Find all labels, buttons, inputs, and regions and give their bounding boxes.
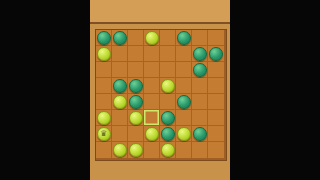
board-cell[interactable] [208,142,224,158]
board-cell[interactable] [192,110,208,126]
green-piece[interactable] [193,47,207,61]
screenshot-root: ♛ [0,0,320,180]
board-cell[interactable] [128,94,144,110]
board-cell[interactable] [176,30,192,46]
green-piece[interactable] [209,47,223,61]
board-cell[interactable] [176,46,192,62]
board-cell[interactable] [112,142,128,158]
board-cell[interactable] [208,78,224,94]
board-cell[interactable] [160,110,176,126]
yellow-piece[interactable] [129,111,143,125]
board-cell[interactable] [112,110,128,126]
board-cell[interactable] [128,126,144,142]
board-cell[interactable] [128,62,144,78]
yellow-king-piece[interactable]: ♛ [97,127,111,141]
board-cell[interactable] [208,62,224,78]
board-cell[interactable] [144,30,160,46]
board-cell[interactable] [128,78,144,94]
yellow-piece[interactable] [145,127,159,141]
board-cell[interactable] [192,126,208,142]
board-cell[interactable] [96,142,112,158]
yellow-piece[interactable] [97,111,111,125]
king-mark-icon: ♛ [100,129,107,137]
yellow-piece[interactable] [161,143,175,157]
green-piece[interactable] [161,127,175,141]
board-cell[interactable] [160,78,176,94]
board-cell[interactable] [112,94,128,110]
yellow-piece[interactable] [177,127,191,141]
board-cell[interactable] [96,46,112,62]
letterbox-left [0,0,90,180]
board-cell[interactable] [144,62,160,78]
board-cell[interactable] [96,110,112,126]
green-piece[interactable] [161,111,175,125]
board-cell[interactable] [208,110,224,126]
board-cell[interactable] [144,78,160,94]
green-piece[interactable] [177,95,191,109]
board-cell[interactable] [96,78,112,94]
board-cell[interactable] [208,46,224,62]
board-cell[interactable] [144,142,160,158]
board-cell[interactable] [112,78,128,94]
yellow-piece[interactable] [113,95,127,109]
yellow-piece[interactable] [161,79,175,93]
board-cell[interactable] [176,78,192,94]
board-cell[interactable] [128,142,144,158]
board-cell[interactable] [192,78,208,94]
board-cell[interactable] [160,126,176,142]
board-cell[interactable] [160,94,176,110]
board-cell[interactable] [144,46,160,62]
board-cell[interactable] [176,110,192,126]
game-app-area: ♛ [90,0,230,180]
yellow-piece[interactable] [113,143,127,157]
board-cell[interactable] [176,62,192,78]
board-cell[interactable] [208,126,224,142]
board-cell[interactable] [160,62,176,78]
board-cell[interactable] [112,126,128,142]
letterbox-right [230,0,320,180]
green-piece[interactable] [129,95,143,109]
green-piece[interactable] [113,79,127,93]
yellow-piece[interactable] [97,47,111,61]
board-cell[interactable] [96,62,112,78]
board-cell[interactable] [128,110,144,126]
board-cell[interactable] [208,30,224,46]
board-cell[interactable]: ♛ [96,126,112,142]
board-cell[interactable] [192,142,208,158]
board-cell[interactable] [192,94,208,110]
green-piece[interactable] [193,63,207,77]
board-cell[interactable] [176,94,192,110]
yellow-piece[interactable] [145,31,159,45]
board-cell[interactable] [112,30,128,46]
board-cell[interactable] [144,94,160,110]
board-cell[interactable] [112,46,128,62]
board-cell[interactable] [192,30,208,46]
top-band [90,0,230,24]
board-cell[interactable] [112,62,128,78]
board-cell[interactable] [96,94,112,110]
board-cell[interactable] [160,46,176,62]
board-cell[interactable] [176,126,192,142]
board-cell[interactable] [144,110,160,126]
green-piece[interactable] [97,31,111,45]
board-cell[interactable] [192,62,208,78]
green-piece[interactable] [129,79,143,93]
board-cell[interactable] [160,30,176,46]
green-piece[interactable] [193,127,207,141]
board-cell[interactable] [160,142,176,158]
board[interactable]: ♛ [95,29,227,161]
board-cell[interactable] [192,46,208,62]
board-cell[interactable] [208,94,224,110]
board-cell[interactable] [96,30,112,46]
green-piece[interactable] [113,31,127,45]
board-cell[interactable] [128,30,144,46]
yellow-piece[interactable] [129,143,143,157]
board-cell[interactable] [144,126,160,142]
board-cell[interactable] [128,46,144,62]
board-cell[interactable] [176,142,192,158]
green-piece[interactable] [177,31,191,45]
